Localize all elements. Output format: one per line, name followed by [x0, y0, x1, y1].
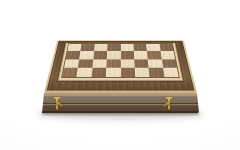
board-square	[107, 51, 121, 59]
box-front-face	[41, 93, 199, 113]
board-square	[106, 59, 120, 68]
board-square	[160, 51, 175, 59]
board-square	[62, 68, 78, 77]
brass-clasp-left	[53, 96, 63, 112]
board-square	[163, 68, 179, 77]
board-square	[67, 44, 81, 52]
board-square	[148, 59, 163, 68]
product-photo-stage	[0, 0, 240, 150]
board-square	[121, 59, 135, 68]
board-square	[66, 51, 81, 59]
clasp-post-icon	[168, 98, 170, 110]
board-square	[134, 51, 148, 59]
board-square	[149, 68, 165, 77]
board-square	[146, 44, 160, 52]
board-square	[79, 51, 93, 59]
board-square	[121, 68, 136, 77]
board-square	[92, 59, 107, 68]
board-square	[77, 68, 93, 77]
board-square	[107, 44, 120, 52]
checkerboard-grid	[62, 44, 179, 78]
board-square	[78, 59, 93, 68]
board-top-face	[44, 40, 197, 93]
board-square	[135, 68, 150, 77]
board-square	[93, 51, 107, 59]
board-square	[64, 59, 79, 68]
board-square	[81, 44, 95, 52]
board-square	[106, 68, 121, 77]
board-square	[94, 44, 108, 52]
board-square	[121, 51, 135, 59]
brass-clasp-right	[163, 96, 173, 112]
board-square	[162, 59, 177, 68]
board-scene	[44, 17, 197, 93]
board-square	[121, 44, 134, 52]
board-square	[133, 44, 147, 52]
board-square	[147, 51, 161, 59]
board-square	[91, 68, 106, 77]
board-square	[134, 59, 149, 68]
board-square	[159, 44, 173, 52]
